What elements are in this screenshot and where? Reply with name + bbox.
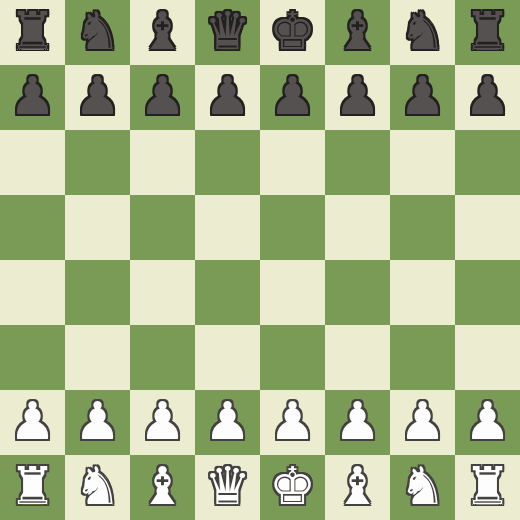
- chess-board: ♜♞♝♛♚♝♞♜♟♟♟♟♟♟♟♟♟♟♟♟♟♟♟♟♜♞♝♛♚♝♞♜: [0, 0, 520, 520]
- square-a5[interactable]: [0, 195, 65, 260]
- square-d4[interactable]: [195, 260, 260, 325]
- piece-white-pawn[interactable]: ♟: [139, 389, 186, 454]
- square-a3[interactable]: [0, 325, 65, 390]
- piece-white-knight[interactable]: ♞: [74, 454, 121, 519]
- square-b8[interactable]: ♞: [65, 0, 130, 65]
- square-b2[interactable]: ♟: [65, 390, 130, 455]
- piece-black-pawn[interactable]: ♟: [204, 64, 251, 129]
- square-f6[interactable]: [325, 130, 390, 195]
- piece-black-pawn[interactable]: ♟: [269, 64, 316, 129]
- piece-black-pawn[interactable]: ♟: [9, 64, 56, 129]
- square-d7[interactable]: ♟: [195, 65, 260, 130]
- square-c3[interactable]: [130, 325, 195, 390]
- square-e8[interactable]: ♚: [260, 0, 325, 65]
- square-e1[interactable]: ♚: [260, 455, 325, 520]
- square-d8[interactable]: ♛: [195, 0, 260, 65]
- square-f8[interactable]: ♝: [325, 0, 390, 65]
- square-h1[interactable]: ♜: [455, 455, 520, 520]
- piece-black-knight[interactable]: ♞: [74, 0, 121, 64]
- square-c5[interactable]: [130, 195, 195, 260]
- square-e6[interactable]: [260, 130, 325, 195]
- square-b5[interactable]: [65, 195, 130, 260]
- square-e7[interactable]: ♟: [260, 65, 325, 130]
- piece-white-bishop[interactable]: ♝: [139, 454, 186, 519]
- square-b1[interactable]: ♞: [65, 455, 130, 520]
- piece-white-rook[interactable]: ♜: [9, 454, 56, 519]
- square-b6[interactable]: [65, 130, 130, 195]
- square-d5[interactable]: [195, 195, 260, 260]
- square-a4[interactable]: [0, 260, 65, 325]
- square-c1[interactable]: ♝: [130, 455, 195, 520]
- piece-white-pawn[interactable]: ♟: [269, 389, 316, 454]
- square-f1[interactable]: ♝: [325, 455, 390, 520]
- square-d3[interactable]: [195, 325, 260, 390]
- piece-black-king[interactable]: ♚: [269, 0, 316, 64]
- square-g7[interactable]: ♟: [390, 65, 455, 130]
- piece-black-pawn[interactable]: ♟: [399, 64, 446, 129]
- square-d2[interactable]: ♟: [195, 390, 260, 455]
- piece-white-knight[interactable]: ♞: [399, 454, 446, 519]
- square-d6[interactable]: [195, 130, 260, 195]
- square-c7[interactable]: ♟: [130, 65, 195, 130]
- piece-black-pawn[interactable]: ♟: [334, 64, 381, 129]
- piece-white-queen[interactable]: ♛: [204, 454, 251, 519]
- square-g1[interactable]: ♞: [390, 455, 455, 520]
- square-f4[interactable]: [325, 260, 390, 325]
- square-h3[interactable]: [455, 325, 520, 390]
- square-h6[interactable]: [455, 130, 520, 195]
- piece-black-pawn[interactable]: ♟: [74, 64, 121, 129]
- square-f3[interactable]: [325, 325, 390, 390]
- square-h8[interactable]: ♜: [455, 0, 520, 65]
- piece-white-pawn[interactable]: ♟: [464, 389, 511, 454]
- piece-black-rook[interactable]: ♜: [464, 0, 511, 64]
- square-c4[interactable]: [130, 260, 195, 325]
- square-g4[interactable]: [390, 260, 455, 325]
- square-f5[interactable]: [325, 195, 390, 260]
- square-g6[interactable]: [390, 130, 455, 195]
- piece-black-knight[interactable]: ♞: [399, 0, 446, 64]
- piece-black-rook[interactable]: ♜: [9, 0, 56, 64]
- square-g8[interactable]: ♞: [390, 0, 455, 65]
- square-c8[interactable]: ♝: [130, 0, 195, 65]
- square-f7[interactable]: ♟: [325, 65, 390, 130]
- piece-white-pawn[interactable]: ♟: [9, 389, 56, 454]
- square-e4[interactable]: [260, 260, 325, 325]
- piece-white-pawn[interactable]: ♟: [74, 389, 121, 454]
- square-a2[interactable]: ♟: [0, 390, 65, 455]
- square-h2[interactable]: ♟: [455, 390, 520, 455]
- square-h4[interactable]: [455, 260, 520, 325]
- square-f2[interactable]: ♟: [325, 390, 390, 455]
- square-g2[interactable]: ♟: [390, 390, 455, 455]
- square-b4[interactable]: [65, 260, 130, 325]
- square-c2[interactable]: ♟: [130, 390, 195, 455]
- square-a6[interactable]: [0, 130, 65, 195]
- piece-black-bishop[interactable]: ♝: [139, 0, 186, 64]
- square-a7[interactable]: ♟: [0, 65, 65, 130]
- square-g5[interactable]: [390, 195, 455, 260]
- square-c6[interactable]: [130, 130, 195, 195]
- square-a8[interactable]: ♜: [0, 0, 65, 65]
- piece-white-pawn[interactable]: ♟: [204, 389, 251, 454]
- square-e3[interactable]: [260, 325, 325, 390]
- piece-white-rook[interactable]: ♜: [464, 454, 511, 519]
- piece-white-king[interactable]: ♚: [269, 454, 316, 519]
- square-g3[interactable]: [390, 325, 455, 390]
- square-d1[interactable]: ♛: [195, 455, 260, 520]
- piece-black-queen[interactable]: ♛: [204, 0, 251, 64]
- piece-white-bishop[interactable]: ♝: [334, 454, 381, 519]
- square-b7[interactable]: ♟: [65, 65, 130, 130]
- piece-white-pawn[interactable]: ♟: [334, 389, 381, 454]
- square-h5[interactable]: [455, 195, 520, 260]
- piece-black-pawn[interactable]: ♟: [464, 64, 511, 129]
- square-a1[interactable]: ♜: [0, 455, 65, 520]
- square-e5[interactable]: [260, 195, 325, 260]
- square-e2[interactable]: ♟: [260, 390, 325, 455]
- piece-black-bishop[interactable]: ♝: [334, 0, 381, 64]
- piece-white-pawn[interactable]: ♟: [399, 389, 446, 454]
- piece-black-pawn[interactable]: ♟: [139, 64, 186, 129]
- square-h7[interactable]: ♟: [455, 65, 520, 130]
- square-b3[interactable]: [65, 325, 130, 390]
